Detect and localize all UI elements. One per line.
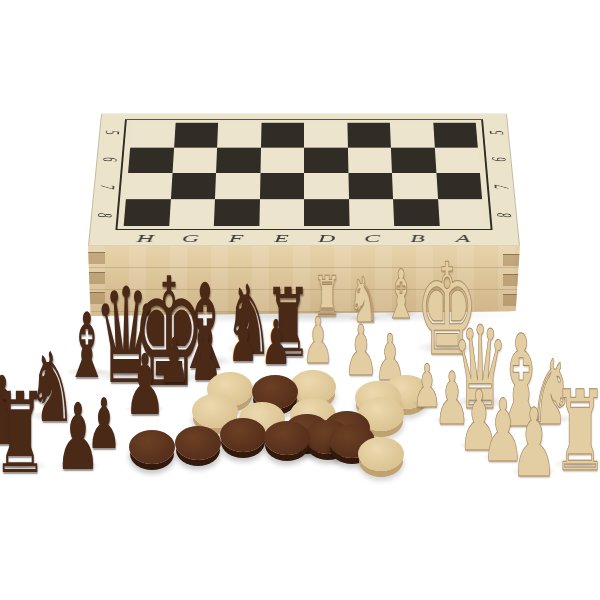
board-square-b5 — [390, 123, 434, 148]
file-label-h: H — [122, 232, 168, 244]
board-square-e6 — [260, 148, 304, 174]
rank-label-5: 5 — [465, 127, 528, 138]
rank-label-5: 5 — [80, 127, 143, 138]
light-bishop[interactable]: ♝ — [384, 261, 418, 329]
board-square-b8 — [393, 199, 439, 226]
board-square-d8 — [304, 199, 349, 226]
file-label-e: E — [259, 232, 304, 244]
board-square-f8 — [214, 199, 260, 226]
board-lid: HGFEDCBA 5678 5678 — [88, 114, 520, 246]
board-square-c5 — [347, 123, 391, 148]
rank-labels-left: 5678 — [90, 119, 125, 229]
board-grid — [124, 123, 485, 227]
rank-label-8: 8 — [472, 210, 537, 221]
dark-checker[interactable] — [129, 430, 175, 464]
file-label-c: C — [349, 232, 395, 244]
file-label-d: D — [304, 232, 349, 244]
board-square-g5 — [174, 123, 218, 148]
dark-checker[interactable] — [175, 426, 221, 460]
board-square-e8 — [259, 199, 304, 226]
light-pawn[interactable]: ♟ — [302, 309, 334, 373]
board-square-g6 — [172, 148, 217, 174]
rank-label-6: 6 — [77, 154, 140, 165]
board-square-c7 — [348, 173, 393, 199]
dark-pawn[interactable]: ♟ — [55, 392, 100, 484]
board-square-d5 — [304, 123, 347, 148]
board-square-f7 — [215, 173, 260, 199]
finger-joint — [503, 254, 520, 266]
board-square-d7 — [304, 173, 349, 199]
rank-labels-right: 5678 — [483, 119, 518, 229]
light-rook[interactable]: ♜ — [553, 376, 600, 487]
light-pawn[interactable]: ♟ — [511, 396, 558, 491]
board-square-c8 — [349, 199, 395, 226]
light-checker[interactable] — [358, 437, 404, 471]
board-square-c6 — [347, 148, 392, 174]
dark-rook[interactable]: ♜ — [0, 378, 47, 489]
board-square-b7 — [392, 173, 438, 199]
board-square-f6 — [216, 148, 261, 174]
board-square-g7 — [170, 173, 216, 199]
board-square-d6 — [304, 148, 348, 174]
dark-pawn[interactable]: ♟ — [261, 312, 292, 374]
board-square-e7 — [259, 173, 304, 199]
finger-joint — [503, 274, 520, 286]
file-label-g: G — [168, 232, 214, 244]
board-square-e5 — [261, 123, 304, 148]
board-square-f5 — [217, 123, 261, 148]
rank-label-7: 7 — [469, 181, 533, 192]
rank-label-8: 8 — [71, 210, 136, 221]
rank-label-6: 6 — [467, 154, 530, 165]
dark-checker[interactable] — [220, 418, 266, 452]
board-square-b6 — [391, 148, 436, 174]
rank-label-7: 7 — [74, 181, 138, 192]
dark-checker[interactable] — [264, 421, 310, 455]
dark-pawn[interactable]: ♟ — [124, 343, 165, 427]
chess-set-photo: HGFEDCBA 5678 5678 ♜♝♞♚♞♜♟♟♝♟♟♝♛♟♚♟♟♛♟♟♞… — [0, 0, 600, 600]
board-square-g8 — [169, 199, 215, 226]
file-label-f: F — [213, 232, 259, 244]
board-frame-line — [115, 119, 492, 229]
